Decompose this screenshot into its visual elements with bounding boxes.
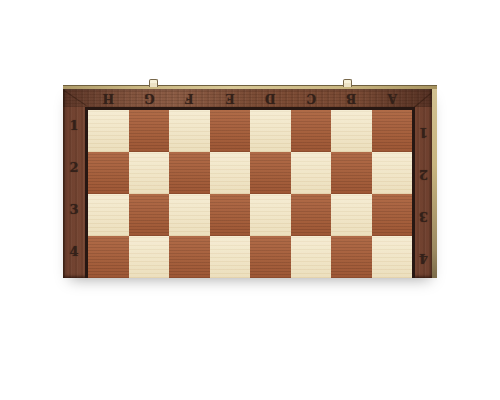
file-label-e: E [210, 89, 251, 107]
square-c4 [291, 236, 332, 278]
square-g4 [129, 236, 170, 278]
square-f3 [169, 194, 210, 236]
square-e1 [210, 110, 251, 152]
square-d4 [250, 236, 291, 278]
product-photo-stage: HGFEDCBA 1234 1234 [0, 0, 500, 400]
file-label-a: A [372, 89, 413, 107]
square-f1 [169, 110, 210, 152]
rank-label-right-3: 3 [415, 196, 432, 238]
rank-labels-right: 1234 [415, 110, 432, 278]
square-g3 [129, 194, 170, 236]
rank-label-left-1: 1 [63, 104, 85, 146]
square-h4 [88, 236, 129, 278]
rank-labels-left: 1234 [63, 110, 85, 278]
square-c1 [291, 110, 332, 152]
rank-label-left-2: 2 [63, 146, 85, 188]
square-f2 [169, 152, 210, 194]
file-label-d: D [250, 89, 291, 107]
square-d3 [250, 194, 291, 236]
file-label-g: G [129, 89, 170, 107]
square-f4 [169, 236, 210, 278]
square-c3 [291, 194, 332, 236]
board-right-side-edge [432, 89, 437, 278]
wooden-frame: HGFEDCBA 1234 1234 [63, 89, 432, 278]
rank-label-right-2: 2 [415, 154, 432, 196]
brass-hinge-right-icon [343, 79, 352, 87]
file-label-h: H [88, 89, 129, 107]
square-h3 [88, 194, 129, 236]
square-a3 [372, 194, 413, 236]
square-h1 [88, 110, 129, 152]
square-g1 [129, 110, 170, 152]
rank-label-left-4: 4 [63, 230, 85, 272]
playing-area-border [85, 107, 415, 278]
file-label-f: F [169, 89, 210, 107]
brass-hinge-left-icon [149, 79, 158, 87]
square-d2 [250, 152, 291, 194]
square-a4 [372, 236, 413, 278]
square-b3 [331, 194, 372, 236]
square-b1 [331, 110, 372, 152]
square-e3 [210, 194, 251, 236]
square-b2 [331, 152, 372, 194]
square-g2 [129, 152, 170, 194]
square-d1 [250, 110, 291, 152]
square-b4 [331, 236, 372, 278]
square-h2 [88, 152, 129, 194]
square-e4 [210, 236, 251, 278]
file-label-c: C [291, 89, 332, 107]
rank-label-right-4: 4 [415, 238, 432, 280]
rank-label-left-3: 3 [63, 188, 85, 230]
chessboard: HGFEDCBA 1234 1234 [63, 85, 437, 278]
square-a1 [372, 110, 413, 152]
square-c2 [291, 152, 332, 194]
folded-half-top-edge [63, 85, 437, 89]
squares-grid [88, 110, 412, 278]
file-label-b: B [331, 89, 372, 107]
square-e2 [210, 152, 251, 194]
rank-label-right-1: 1 [415, 112, 432, 154]
square-a2 [372, 152, 413, 194]
file-labels: HGFEDCBA [88, 89, 412, 107]
